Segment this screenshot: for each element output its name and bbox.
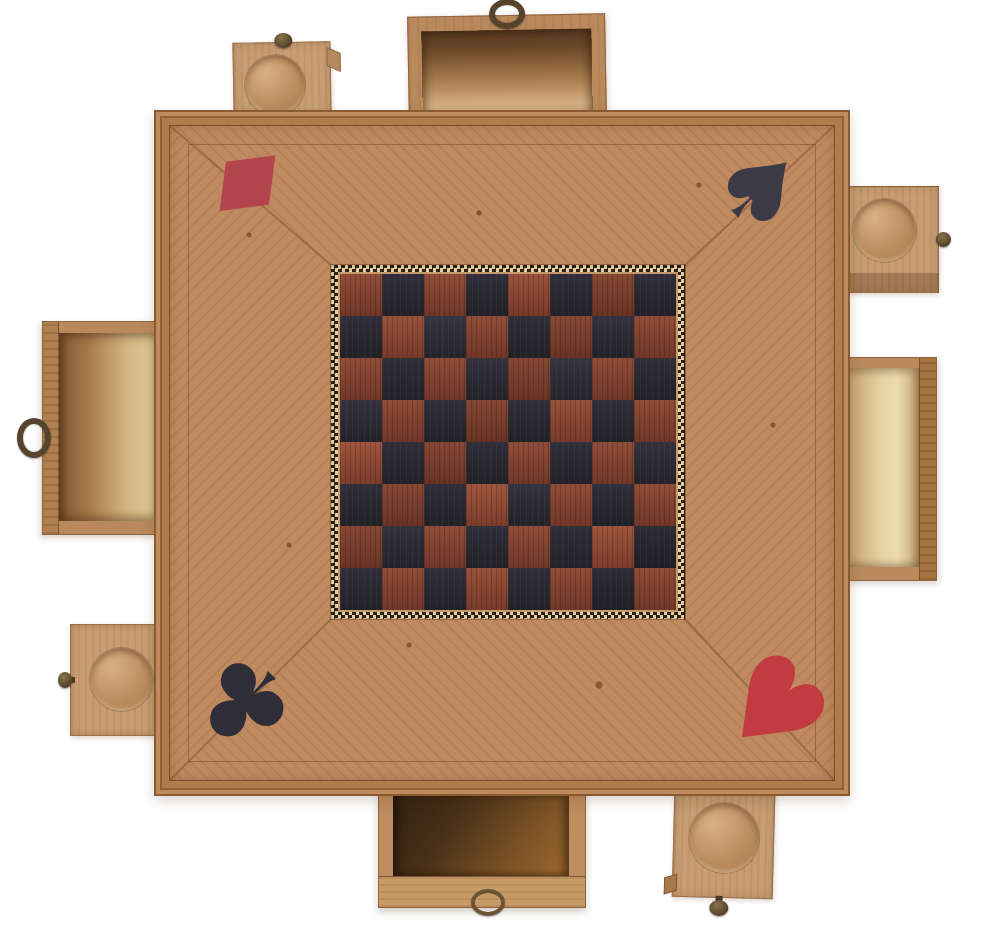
table-top: ♦ ♠ ♣ ♥: [154, 110, 850, 796]
glass-recess: [853, 199, 916, 262]
knob-handle: [58, 672, 72, 688]
glass-recess: [90, 648, 153, 711]
board-square: [424, 316, 466, 358]
drawer-interior: [846, 368, 920, 567]
board-square: [424, 400, 466, 442]
board-square: [340, 274, 382, 316]
board-square: [340, 316, 382, 358]
board-square: [424, 274, 466, 316]
slide-bottom-left: [70, 624, 156, 736]
board-square: [550, 400, 592, 442]
board-square: [340, 400, 382, 442]
glass-recess: [245, 55, 306, 116]
board-square: [550, 316, 592, 358]
board-square: [634, 400, 676, 442]
board-square: [508, 358, 550, 400]
drawer-interior: [421, 29, 593, 122]
board-square: [382, 316, 424, 358]
board-square: [634, 274, 676, 316]
board-square: [550, 274, 592, 316]
board-square: [466, 400, 508, 442]
board-square: [634, 316, 676, 358]
board-square: [382, 274, 424, 316]
board-square: [466, 358, 508, 400]
drawer-left-middle: [42, 321, 156, 535]
board-square: [340, 442, 382, 484]
board-square: [508, 526, 550, 568]
board-square: [382, 442, 424, 484]
ring-pull: [17, 418, 51, 458]
ring-pull: [489, 0, 526, 29]
drawer-top-center: [407, 13, 607, 122]
board-square: [592, 526, 634, 568]
games-table-photo: ♦ ♠ ♣ ♥: [0, 0, 1000, 936]
board-square: [340, 568, 382, 610]
board-square: [550, 358, 592, 400]
board-square: [508, 484, 550, 526]
board-square: [592, 316, 634, 358]
board-square: [424, 526, 466, 568]
board-square: [592, 484, 634, 526]
board-square: [508, 568, 550, 610]
board-square: [550, 442, 592, 484]
board-square: [340, 526, 382, 568]
board-square: [508, 400, 550, 442]
board-square: [424, 358, 466, 400]
drawer-interior: [393, 793, 569, 877]
bail-pull: [471, 889, 505, 916]
board-square: [340, 484, 382, 526]
knob-handle: [936, 232, 951, 247]
checkerboard-inlay: [331, 265, 685, 619]
board-square: [634, 568, 676, 610]
board-square: [382, 568, 424, 610]
knob-handle: [709, 900, 728, 916]
board-square: [508, 442, 550, 484]
board-square: [550, 568, 592, 610]
drawer-interior: [58, 333, 155, 521]
board-square: [382, 358, 424, 400]
board-square: [550, 484, 592, 526]
board-square: [550, 526, 592, 568]
board-square: [466, 484, 508, 526]
board-square: [634, 358, 676, 400]
board-square: [508, 316, 550, 358]
slide-bottom-right: [672, 791, 776, 900]
slide-top-left: [232, 41, 331, 119]
board-square: [634, 526, 676, 568]
slide-right-upper: [845, 186, 939, 293]
board-squares: [340, 274, 676, 610]
slide-lip: [664, 874, 678, 895]
board-square: [634, 442, 676, 484]
board-square: [592, 442, 634, 484]
board-square: [592, 358, 634, 400]
slide-lip: [326, 47, 340, 72]
board-square: [382, 400, 424, 442]
drawer-right-middle: [845, 357, 937, 581]
board-square: [382, 484, 424, 526]
board-square: [634, 484, 676, 526]
board-square: [340, 358, 382, 400]
glass-recess: [688, 802, 760, 874]
drawer-front: [919, 358, 936, 580]
board-square: [466, 568, 508, 610]
board-square: [382, 526, 424, 568]
knob-handle: [274, 33, 292, 48]
board-square: [592, 400, 634, 442]
board-square: [424, 568, 466, 610]
board-square: [466, 442, 508, 484]
board-square: [466, 274, 508, 316]
board-square: [424, 442, 466, 484]
board-square: [424, 484, 466, 526]
drawer-bottom-center: [378, 792, 586, 908]
board-square: [508, 274, 550, 316]
board-square: [466, 526, 508, 568]
board-square: [592, 568, 634, 610]
board-square: [592, 274, 634, 316]
board-square: [466, 316, 508, 358]
